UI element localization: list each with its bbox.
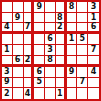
cell-r3c4[interactable] [34, 23, 45, 34]
cell-r4c1[interactable] [2, 34, 13, 45]
cell-r1c2[interactable] [13, 2, 24, 13]
cell-r5c6[interactable] [56, 45, 67, 56]
cell-r1c6[interactable] [56, 2, 67, 13]
cell-r3c3: 7 [24, 23, 35, 34]
cell-r2c4[interactable] [34, 13, 45, 24]
cell-r9c6: 1 [56, 88, 67, 99]
cell-r5c9: 7 [88, 45, 99, 56]
cell-r6c8[interactable] [77, 56, 88, 67]
cell-r9c4[interactable] [34, 88, 45, 99]
cell-r6c7[interactable] [67, 56, 78, 67]
cell-r3c8[interactable] [77, 23, 88, 34]
cell-r8c1: 9 [2, 78, 13, 89]
cell-r7c2[interactable] [13, 67, 24, 78]
cell-r3c2[interactable] [13, 23, 24, 34]
cell-r8c8: 7 [77, 78, 88, 89]
cell-r7c1: 3 [2, 67, 13, 78]
cell-r9c1: 2 [2, 88, 13, 99]
cell-r5c7[interactable] [67, 45, 78, 56]
cell-r3c1: 4 [2, 23, 13, 34]
cell-r6c3: 2 [24, 56, 35, 67]
cell-r8c2[interactable] [13, 78, 24, 89]
cell-r6c1[interactable] [2, 56, 13, 67]
cell-r1c3[interactable] [24, 2, 35, 13]
cell-r7c9: 4 [88, 67, 99, 78]
cell-r4c3[interactable] [24, 34, 35, 45]
cell-r7c5[interactable] [45, 67, 56, 78]
cell-r8c7[interactable] [67, 78, 78, 89]
cell-r4c4[interactable] [34, 34, 45, 45]
cell-r2c2: 9 [13, 13, 24, 24]
cell-r3c7[interactable] [67, 23, 78, 34]
cell-r5c8[interactable] [77, 45, 88, 56]
cell-r1c9: 3 [88, 2, 99, 13]
cell-r3c6: 2 [56, 23, 67, 34]
cell-r1c7: 8 [67, 2, 78, 13]
cell-r9c2[interactable] [13, 88, 24, 99]
cell-r4c8: 5 [77, 34, 88, 45]
cell-r9c5[interactable] [45, 88, 56, 99]
cell-r8c9[interactable] [88, 78, 99, 89]
cell-r2c7[interactable] [67, 13, 78, 24]
cell-r4c7: 1 [67, 34, 78, 45]
cell-r7c3[interactable] [24, 67, 35, 78]
cell-r7c7: 9 [67, 67, 78, 78]
cell-r9c7[interactable] [67, 88, 78, 99]
cell-r9c3: 4 [24, 88, 35, 99]
cell-r5c1: 1 [2, 45, 13, 56]
cell-r3c9: 6 [88, 23, 99, 34]
cell-r8c4: 5 [34, 78, 45, 89]
cell-r1c8[interactable] [77, 2, 88, 13]
cell-r6c9[interactable] [88, 56, 99, 67]
cell-r4c5: 6 [45, 34, 56, 45]
sudoku-board: 98398147266151376283694957241 [0, 0, 101, 101]
cell-r8c6[interactable] [56, 78, 67, 89]
cell-r6c2: 6 [13, 56, 24, 67]
cell-r9c9[interactable] [88, 88, 99, 99]
cell-r7c6[interactable] [56, 67, 67, 78]
cell-r1c5[interactable] [45, 2, 56, 13]
cell-r4c6[interactable] [56, 34, 67, 45]
cell-r3c5[interactable] [45, 23, 56, 34]
cell-r9c8[interactable] [77, 88, 88, 99]
cell-r4c9[interactable] [88, 34, 99, 45]
cell-r2c8[interactable] [77, 13, 88, 24]
cell-r1c1[interactable] [2, 2, 13, 13]
cell-r5c4[interactable] [34, 45, 45, 56]
cell-r6c5: 8 [45, 56, 56, 67]
cell-r2c5[interactable] [45, 13, 56, 24]
cell-r4c2[interactable] [13, 34, 24, 45]
cell-r6c4[interactable] [34, 56, 45, 67]
cell-r1c4: 9 [34, 2, 45, 13]
cell-r6c6[interactable] [56, 56, 67, 67]
cell-r8c3[interactable] [24, 78, 35, 89]
cell-r8c5[interactable] [45, 78, 56, 89]
cell-r7c4: 6 [34, 67, 45, 78]
cell-r7c8[interactable] [77, 67, 88, 78]
